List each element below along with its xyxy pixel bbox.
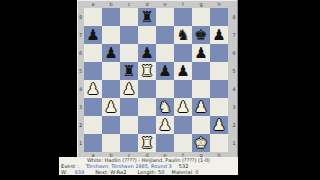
coord-label-2: 2 (77, 116, 84, 134)
square-b4 (102, 80, 120, 98)
square-e1 (156, 134, 174, 152)
square-g2 (192, 116, 210, 134)
square-b7 (102, 26, 120, 44)
coord-label-3: 3 (77, 98, 84, 116)
coord-label-6: 6 (230, 44, 238, 62)
square-g8 (192, 8, 210, 26)
black-rook-c5: ♜ (122, 62, 135, 80)
coord-label-8: 8 (77, 8, 84, 26)
black-pawn-a7: ♟ (86, 26, 99, 44)
white-rook-d1: ♜ (140, 134, 153, 152)
square-c5: ♜ (120, 62, 138, 80)
square-f1 (174, 134, 192, 152)
square-e7 (156, 26, 174, 44)
white-pawn-f3: ♟ (176, 98, 189, 116)
coord-label-7: 7 (77, 26, 84, 44)
stat-w-value: 939 (75, 169, 85, 175)
square-d4 (138, 80, 156, 98)
thumbnail-canvas: abcdefgh 87654321 ♜♟♞♚♟♟♟♟♜♜♟♟♟♟♟♞♟♟♟♟♜♚… (0, 0, 320, 180)
square-d6: ♟ (138, 44, 156, 62)
file-labels-top: abcdefgh (84, 1, 228, 7)
square-h7: ♟ (210, 26, 228, 44)
black-pawn-f5: ♟ (176, 62, 189, 80)
stat-length: Length: 50 (138, 169, 165, 175)
square-h8 (210, 8, 228, 26)
square-e2: ♟ (156, 116, 174, 134)
coord-label-h: h (210, 1, 228, 7)
board-frame: abcdefgh 87654321 ♜♟♞♚♟♟♟♟♜♜♟♟♟♟♟♞♟♟♟♟♜♚… (77, 0, 238, 158)
white-pawn-g3: ♟ (194, 98, 207, 116)
coord-label-d: d (138, 1, 156, 7)
black-knight-f7: ♞ (176, 26, 189, 44)
stat-material: Material: 0 (172, 169, 199, 175)
square-f5: ♟ (174, 62, 192, 80)
square-h6 (210, 44, 228, 62)
square-d1: ♜ (138, 134, 156, 152)
square-c1 (120, 134, 138, 152)
coord-label-2: 2 (230, 116, 238, 134)
coord-label-a: a (84, 1, 102, 7)
square-f2 (174, 116, 192, 134)
square-g1: ♚ (192, 134, 210, 152)
square-c3 (120, 98, 138, 116)
square-b5 (102, 62, 120, 80)
square-h5 (210, 62, 228, 80)
square-a1 (84, 134, 102, 152)
square-g5 (192, 62, 210, 80)
coord-label-1: 1 (230, 134, 238, 152)
coord-label-b: b (102, 1, 120, 7)
square-a7: ♟ (84, 26, 102, 44)
white-pawn-e2: ♟ (158, 116, 171, 134)
black-pawn-d6: ♟ (140, 44, 153, 62)
square-f7: ♞ (174, 26, 192, 44)
square-c4: ♟ (120, 80, 138, 98)
square-a3 (84, 98, 102, 116)
coord-label-7: 7 (230, 26, 238, 44)
square-g7: ♚ (192, 26, 210, 44)
black-king-g7: ♚ (194, 26, 207, 44)
square-d3 (138, 98, 156, 116)
square-d5: ♜ (138, 62, 156, 80)
coord-label-e: e (156, 1, 174, 7)
white-king-g1: ♚ (194, 134, 207, 152)
black-rook-d8: ♜ (140, 8, 153, 26)
coord-label-f: f (174, 1, 192, 7)
square-h3 (210, 98, 228, 116)
coord-label-4: 4 (230, 80, 238, 98)
coord-label-5: 5 (230, 62, 238, 80)
square-d2 (138, 116, 156, 134)
coord-label-8: 8 (230, 8, 238, 26)
square-c2 (120, 116, 138, 134)
square-b3: ♟ (102, 98, 120, 116)
square-f4 (174, 80, 192, 98)
square-f6 (174, 44, 192, 62)
white-knight-e3: ♞ (158, 98, 171, 116)
white-pawn-a4: ♟ (86, 80, 99, 98)
coord-label-4: 4 (77, 80, 84, 98)
square-e5: ♟ (156, 62, 174, 80)
square-g6: ♟ (192, 44, 210, 62)
square-f8 (174, 8, 192, 26)
square-a4: ♟ (84, 80, 102, 98)
square-h4 (210, 80, 228, 98)
white-pawn-b3: ♟ (104, 98, 117, 116)
square-e3: ♞ (156, 98, 174, 116)
black-pawn-g6: ♟ (194, 44, 207, 62)
rank-labels-left: 87654321 (77, 8, 84, 152)
coord-label-1: 1 (77, 134, 84, 152)
coord-label-c: c (120, 1, 138, 7)
square-a8 (84, 8, 102, 26)
square-b2 (102, 116, 120, 134)
stat-next: Next: W-Ra2 (95, 169, 126, 175)
coord-label-5: 5 (77, 62, 84, 80)
square-d8: ♜ (138, 8, 156, 26)
square-e8 (156, 8, 174, 26)
square-g4 (192, 80, 210, 98)
square-h1 (210, 134, 228, 152)
stat-w-label: W: (61, 169, 67, 175)
square-h2: ♟ (210, 116, 228, 134)
square-e4 (156, 80, 174, 98)
square-f3: ♟ (174, 98, 192, 116)
square-e6 (156, 44, 174, 62)
black-pawn-b6: ♟ (104, 44, 117, 62)
square-d7 (138, 26, 156, 44)
white-pawn-c4: ♟ (122, 80, 135, 98)
coord-label-6: 6 (77, 44, 84, 62)
rank-labels-right: 87654321 (230, 8, 238, 152)
square-a2 (84, 116, 102, 134)
white-pawn-h2: ♟ (212, 116, 225, 134)
chess-board: ♜♟♞♚♟♟♟♟♜♜♟♟♟♟♟♞♟♟♟♟♜♚ (84, 8, 228, 152)
square-a5 (84, 62, 102, 80)
caption-panel: White: Hadlin (????) - Heijland, Paulin … (59, 157, 238, 175)
stats-line: W: 939 Next: W-Ra2 Length: 50 Material: … (59, 169, 238, 175)
coord-label-3: 3 (230, 98, 238, 116)
coord-label-g: g (192, 1, 210, 7)
square-c6 (120, 44, 138, 62)
square-b8 (102, 8, 120, 26)
black-pawn-e5: ♟ (158, 62, 171, 80)
square-g3: ♟ (192, 98, 210, 116)
square-a6 (84, 44, 102, 62)
square-c7 (120, 26, 138, 44)
white-rook-d5: ♜ (140, 62, 153, 80)
square-c8 (120, 8, 138, 26)
black-pawn-h7: ♟ (212, 26, 225, 44)
square-b1 (102, 134, 120, 152)
square-b6: ♟ (102, 44, 120, 62)
